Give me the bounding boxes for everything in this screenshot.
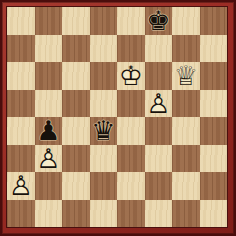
square-a7[interactable] [7,35,35,63]
square-h7[interactable] [200,35,228,63]
square-g5[interactable] [172,90,200,118]
square-b1[interactable] [35,200,63,228]
square-b5[interactable] [35,90,63,118]
piece-fill-layer: ♛ [172,62,200,90]
square-f6[interactable] [145,62,173,90]
piece-outline-layer: ♔ [117,62,145,90]
square-b7[interactable] [35,35,63,63]
square-a3[interactable] [7,145,35,173]
black-king[interactable]: ♚ [145,7,173,35]
piece-solid-layer: ♟ [35,117,63,145]
square-c8[interactable] [62,7,90,35]
piece-solid-layer: ♛ [90,117,118,145]
square-b6[interactable] [35,62,63,90]
white-king[interactable]: ♚♔ [117,62,145,90]
square-c6[interactable] [62,62,90,90]
square-f7[interactable] [145,35,173,63]
square-h4[interactable] [200,117,228,145]
square-f5[interactable]: ♟♙ [145,90,173,118]
square-c3[interactable] [62,145,90,173]
square-g8[interactable] [172,7,200,35]
black-pawn[interactable]: ♟ [35,117,63,145]
white-pawn[interactable]: ♟♙ [35,145,63,173]
piece-solid-layer: ♚ [145,7,173,35]
square-e3[interactable] [117,145,145,173]
piece-outline-layer: ♙ [35,145,63,173]
square-h2[interactable] [200,172,228,200]
square-f3[interactable] [145,145,173,173]
square-b4[interactable]: ♟ [35,117,63,145]
square-c1[interactable] [62,200,90,228]
piece-fill-layer: ♚ [117,62,145,90]
square-d4[interactable]: ♛ [90,117,118,145]
square-a4[interactable] [7,117,35,145]
square-a6[interactable] [7,62,35,90]
square-b3[interactable]: ♟♙ [35,145,63,173]
square-b2[interactable] [35,172,63,200]
square-e7[interactable] [117,35,145,63]
square-d7[interactable] [90,35,118,63]
piece-fill-layer: ♟ [145,90,173,118]
square-d5[interactable] [90,90,118,118]
square-d8[interactable] [90,7,118,35]
square-e4[interactable] [117,117,145,145]
square-d6[interactable] [90,62,118,90]
square-g7[interactable] [172,35,200,63]
square-c5[interactable] [62,90,90,118]
chess-board-frame: ♚♚♔♛♕♟♙♟♛♟♙♟♙ [0,0,236,236]
square-h1[interactable] [200,200,228,228]
square-g2[interactable] [172,172,200,200]
square-e6[interactable]: ♚♔ [117,62,145,90]
piece-fill-layer: ♟ [35,145,63,173]
piece-outline-layer: ♙ [145,90,173,118]
square-c4[interactable] [62,117,90,145]
square-f4[interactable] [145,117,173,145]
square-b8[interactable] [35,7,63,35]
square-f2[interactable] [145,172,173,200]
square-d1[interactable] [90,200,118,228]
square-c7[interactable] [62,35,90,63]
piece-fill-layer: ♟ [7,172,35,200]
square-d3[interactable] [90,145,118,173]
square-h8[interactable] [200,7,228,35]
square-d2[interactable] [90,172,118,200]
square-e1[interactable] [117,200,145,228]
white-queen[interactable]: ♛♕ [172,62,200,90]
square-a5[interactable] [7,90,35,118]
square-a2[interactable]: ♟♙ [7,172,35,200]
square-h6[interactable] [200,62,228,90]
white-pawn[interactable]: ♟♙ [7,172,35,200]
square-c2[interactable] [62,172,90,200]
square-f8[interactable]: ♚ [145,7,173,35]
square-f1[interactable] [145,200,173,228]
square-h5[interactable] [200,90,228,118]
white-pawn[interactable]: ♟♙ [145,90,173,118]
square-h3[interactable] [200,145,228,173]
square-e8[interactable] [117,7,145,35]
black-queen[interactable]: ♛ [90,117,118,145]
square-g4[interactable] [172,117,200,145]
square-g3[interactable] [172,145,200,173]
chess-board: ♚♚♔♛♕♟♙♟♛♟♙♟♙ [7,7,227,227]
piece-outline-layer: ♕ [172,62,200,90]
square-e5[interactable] [117,90,145,118]
square-e2[interactable] [117,172,145,200]
square-g1[interactable] [172,200,200,228]
square-a8[interactable] [7,7,35,35]
square-a1[interactable] [7,200,35,228]
square-g6[interactable]: ♛♕ [172,62,200,90]
piece-outline-layer: ♙ [7,172,35,200]
